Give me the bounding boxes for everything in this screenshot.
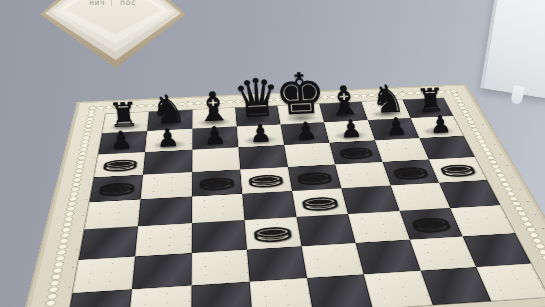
square-b2[interactable] — [132, 253, 191, 289]
checker-disc-g3[interactable]: ⛂ — [399, 208, 462, 239]
square-e2[interactable] — [302, 243, 364, 278]
square-f5[interactable] — [335, 162, 390, 188]
square-c1[interactable] — [191, 282, 252, 307]
checker-disc-a5[interactable]: ⛂ — [89, 175, 143, 203]
square-g3[interactable]: ⛂ — [399, 208, 462, 239]
square-h6[interactable] — [419, 136, 474, 160]
square-c2[interactable] — [191, 249, 249, 285]
square-h3[interactable] — [450, 205, 515, 236]
checker-disc-h5[interactable]: ⛂ — [429, 157, 487, 183]
checker-disc-e4[interactable]: ⛂ — [292, 188, 348, 217]
square-h7[interactable]: ♟ — [411, 116, 464, 138]
square-e4[interactable]: ⛂ — [292, 188, 348, 217]
square-g2[interactable] — [409, 236, 476, 270]
square-f6[interactable]: ⛂ — [330, 140, 383, 164]
square-d6[interactable] — [238, 145, 288, 170]
square-e5[interactable]: ⛂ — [288, 164, 342, 191]
square-b3[interactable] — [135, 223, 191, 256]
square-a5[interactable]: ⛂ — [89, 175, 143, 203]
square-b1[interactable] — [129, 285, 191, 307]
square-a1[interactable] — [66, 289, 132, 307]
square-e3[interactable] — [297, 214, 356, 246]
square-f4[interactable] — [341, 185, 399, 214]
square-h5[interactable]: ⛂ — [429, 157, 487, 183]
square-e1[interactable] — [307, 274, 373, 307]
checker-disc-d3[interactable]: ⛂ — [244, 217, 301, 249]
square-f1[interactable] — [364, 271, 432, 307]
white-furniture — [480, 0, 545, 99]
square-a6[interactable]: ⛂ — [94, 152, 145, 177]
chess-board-scene: ♜♞♝♛♚♝♞♜♟♟♟♟♟♟♟♟⛂⛂⛂⛂⛂⛂⛂⛂⛂⛂⛂ — [11, 84, 545, 307]
checker-disc-c5[interactable]: ⛂ — [192, 169, 242, 196]
square-d3[interactable]: ⛂ — [244, 217, 301, 249]
square-c6[interactable] — [192, 147, 240, 172]
chess-board-grid: ♜♞♝♛♚♝♞♜♟♟♟♟♟♟♟♟⛂⛂⛂⛂⛂⛂⛂⛂⛂⛂⛂ — [65, 98, 545, 307]
square-c5[interactable]: ⛂ — [192, 169, 242, 196]
square-c4[interactable] — [192, 194, 245, 224]
engraving-right: ПОС — [120, 0, 136, 6]
square-b5[interactable] — [141, 172, 192, 199]
scene: НИЧ ПОС ♜♞♝♛♚♝♞♜♟♟♟♟♟♟♟♟⛂⛂⛂⛂⛂⛂⛂⛂⛂⛂⛂ — [0, 0, 545, 307]
checker-disc-f6[interactable]: ⛂ — [330, 140, 383, 164]
square-b6[interactable] — [143, 150, 192, 175]
square-d4[interactable] — [242, 191, 296, 220]
checker-disc-d5[interactable]: ⛂ — [240, 167, 292, 194]
hex-box: НИЧ ПОС — [40, 0, 186, 68]
square-c3[interactable] — [191, 220, 246, 253]
square-a4[interactable] — [84, 199, 141, 229]
furniture-leg — [510, 85, 525, 105]
square-h2[interactable] — [462, 233, 531, 267]
square-d1[interactable] — [249, 278, 313, 307]
square-e6[interactable] — [284, 143, 335, 167]
square-a3[interactable] — [79, 226, 138, 259]
square-d2[interactable] — [247, 246, 307, 282]
square-a2[interactable] — [73, 256, 136, 293]
square-b4[interactable] — [138, 197, 192, 227]
board-frame: ♜♞♝♛♚♝♞♜♟♟♟♟♟♟♟♟⛂⛂⛂⛂⛂⛂⛂⛂⛂⛂⛂ — [11, 84, 545, 307]
checker-disc-a6[interactable]: ⛂ — [94, 152, 145, 177]
square-h4[interactable] — [439, 180, 500, 208]
engraving-left: НИЧ — [89, 0, 112, 6]
square-f2[interactable] — [356, 239, 421, 274]
square-d5[interactable]: ⛂ — [240, 167, 292, 194]
chess-piece-pawn-h7[interactable]: ♟ — [402, 110, 479, 138]
checker-disc-e5[interactable]: ⛂ — [288, 164, 342, 191]
